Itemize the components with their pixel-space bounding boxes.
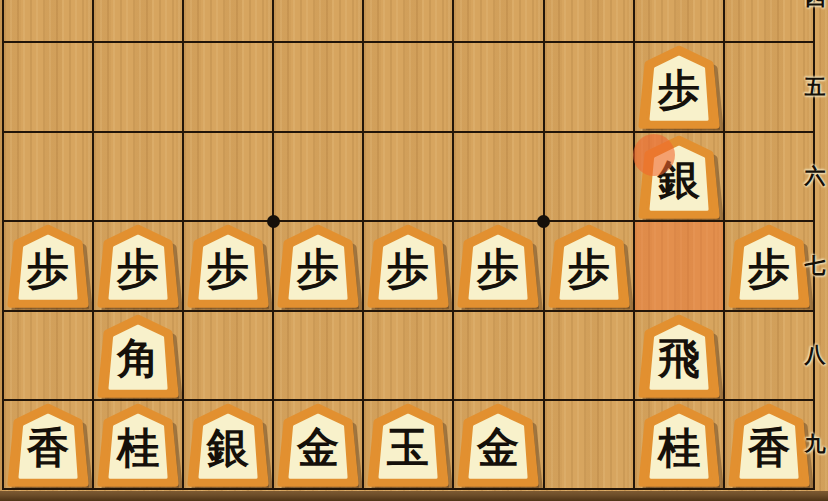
square-4-5[interactable] bbox=[454, 43, 542, 130]
piece-gyoku-king[interactable]: 玉 bbox=[364, 401, 452, 488]
square-5-6[interactable] bbox=[364, 133, 452, 220]
square-2-8[interactable]: 飛 bbox=[635, 312, 723, 399]
square-8-7[interactable]: 歩 bbox=[94, 222, 182, 309]
square-4-6[interactable] bbox=[454, 133, 542, 220]
piece-kei-knight[interactable]: 桂 bbox=[94, 401, 182, 488]
svg-text:歩: 歩 bbox=[116, 244, 159, 293]
svg-text:金: 金 bbox=[296, 423, 339, 472]
svg-text:歩: 歩 bbox=[747, 244, 790, 293]
svg-text:歩: 歩 bbox=[567, 244, 610, 293]
rank-label-5: 五 bbox=[800, 74, 828, 100]
square-5-7[interactable]: 歩 bbox=[364, 222, 452, 309]
square-6-9[interactable]: 金 bbox=[274, 401, 362, 488]
square-2-9[interactable]: 桂 bbox=[635, 401, 723, 488]
square-4-9[interactable]: 金 bbox=[454, 401, 542, 488]
square-7-8[interactable] bbox=[184, 312, 272, 399]
svg-text:飛: 飛 bbox=[657, 334, 700, 383]
last-move-marker-circle bbox=[633, 134, 675, 176]
square-7-9[interactable]: 銀 bbox=[184, 401, 272, 488]
square-6-6[interactable] bbox=[274, 133, 362, 220]
rank-label-6: 六 bbox=[800, 163, 828, 189]
square-8-5[interactable] bbox=[94, 43, 182, 130]
rank-label-4: 四 bbox=[800, 0, 828, 11]
square-8-6[interactable] bbox=[94, 133, 182, 220]
board-front-edge bbox=[0, 491, 828, 501]
hoshi-dot bbox=[267, 215, 280, 228]
piece-fu-pawn[interactable]: 歩 bbox=[364, 222, 452, 309]
svg-text:歩: 歩 bbox=[657, 66, 700, 115]
square-3-6[interactable] bbox=[545, 133, 633, 220]
piece-kin-gold[interactable]: 金 bbox=[274, 401, 362, 488]
piece-fu-pawn[interactable]: 歩 bbox=[4, 222, 92, 309]
piece-gin-silver[interactable]: 銀 bbox=[184, 401, 272, 488]
svg-text:香: 香 bbox=[747, 423, 790, 472]
rank-label-7: 七 bbox=[800, 253, 828, 279]
square-9-6[interactable] bbox=[4, 133, 92, 220]
svg-text:桂: 桂 bbox=[656, 423, 700, 472]
square-3-7[interactable]: 歩 bbox=[545, 222, 633, 309]
svg-text:玉: 玉 bbox=[386, 423, 429, 472]
svg-text:角: 角 bbox=[116, 334, 159, 383]
square-6-5[interactable] bbox=[274, 43, 362, 130]
svg-text:金: 金 bbox=[477, 423, 520, 472]
rank-label-9: 九 bbox=[800, 431, 828, 457]
piece-kin-gold[interactable]: 金 bbox=[454, 401, 542, 488]
square-6-7[interactable]: 歩 bbox=[274, 222, 362, 309]
piece-kei-knight[interactable]: 桂 bbox=[635, 401, 723, 488]
svg-text:香: 香 bbox=[26, 423, 69, 472]
hoshi-dot bbox=[537, 215, 550, 228]
svg-text:銀: 銀 bbox=[205, 423, 249, 472]
piece-hisha-rook[interactable]: 飛 bbox=[635, 312, 723, 399]
square-9-5[interactable] bbox=[4, 43, 92, 130]
piece-fu-pawn[interactable]: 歩 bbox=[184, 222, 272, 309]
square-3-8[interactable] bbox=[545, 312, 633, 399]
square-9-7[interactable]: 歩 bbox=[4, 222, 92, 309]
square-3-4[interactable] bbox=[545, 0, 633, 41]
svg-text:歩: 歩 bbox=[386, 244, 429, 293]
svg-text:歩: 歩 bbox=[26, 244, 69, 293]
piece-kyo-lance[interactable]: 香 bbox=[4, 401, 92, 488]
square-7-7[interactable]: 歩 bbox=[184, 222, 272, 309]
square-4-7[interactable]: 歩 bbox=[454, 222, 542, 309]
piece-fu-pawn[interactable]: 歩 bbox=[454, 222, 542, 309]
square-8-4[interactable] bbox=[94, 0, 182, 41]
square-8-9[interactable]: 桂 bbox=[94, 401, 182, 488]
svg-text:桂: 桂 bbox=[115, 423, 159, 472]
square-5-8[interactable] bbox=[364, 312, 452, 399]
square-2-4[interactable] bbox=[635, 0, 723, 41]
piece-fu-pawn[interactable]: 歩 bbox=[274, 222, 362, 309]
square-5-9[interactable]: 玉 bbox=[364, 401, 452, 488]
square-9-9[interactable]: 香 bbox=[4, 401, 92, 488]
piece-kaku-bishop[interactable]: 角 bbox=[94, 312, 182, 399]
piece-fu-pawn[interactable]: 歩 bbox=[94, 222, 182, 309]
shogi-board-area: 歩銀歩歩歩歩歩歩歩歩角飛香桂銀金玉金桂香 四 五 六 七 八 九 bbox=[0, 0, 828, 501]
svg-text:歩: 歩 bbox=[296, 244, 339, 293]
square-5-5[interactable] bbox=[364, 43, 452, 130]
square-4-4[interactable] bbox=[454, 0, 542, 41]
square-6-4[interactable] bbox=[274, 0, 362, 41]
square-7-5[interactable] bbox=[184, 43, 272, 130]
square-8-8[interactable]: 角 bbox=[94, 312, 182, 399]
piece-fu-pawn[interactable]: 歩 bbox=[635, 43, 723, 130]
square-2-7[interactable] bbox=[635, 222, 723, 309]
square-3-9[interactable] bbox=[545, 401, 633, 488]
piece-fu-pawn[interactable]: 歩 bbox=[545, 222, 633, 309]
square-2-5[interactable]: 歩 bbox=[635, 43, 723, 130]
svg-text:歩: 歩 bbox=[477, 244, 520, 293]
shogi-board: 歩銀歩歩歩歩歩歩歩歩角飛香桂銀金玉金桂香 bbox=[2, 0, 815, 490]
rank-label-8: 八 bbox=[800, 342, 828, 368]
square-5-4[interactable] bbox=[364, 0, 452, 41]
square-4-8[interactable] bbox=[454, 312, 542, 399]
square-7-4[interactable] bbox=[184, 0, 272, 41]
square-9-8[interactable] bbox=[4, 312, 92, 399]
square-3-5[interactable] bbox=[545, 43, 633, 130]
square-6-8[interactable] bbox=[274, 312, 362, 399]
square-7-6[interactable] bbox=[184, 133, 272, 220]
svg-text:歩: 歩 bbox=[206, 244, 249, 293]
square-9-4[interactable] bbox=[4, 0, 92, 41]
